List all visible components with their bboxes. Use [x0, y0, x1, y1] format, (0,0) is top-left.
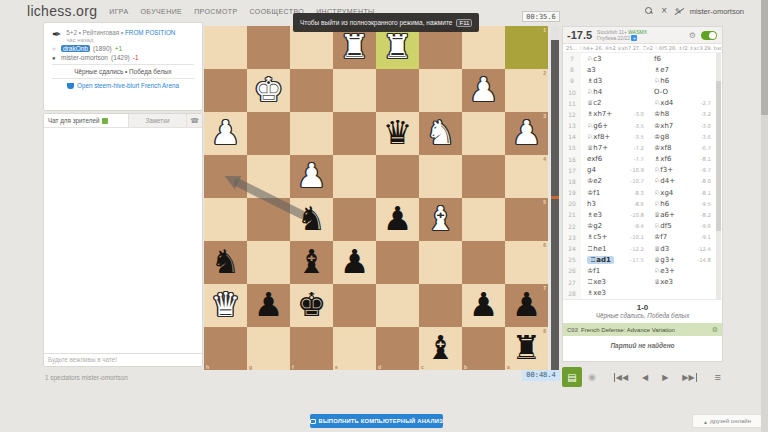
- black-move-18[interactable]: ♘d4+-8.0: [648, 177, 722, 185]
- move-san[interactable]: ♘f3+: [654, 166, 673, 174]
- white-player-row[interactable]: ○ drakOnb (1890) +1: [52, 45, 194, 52]
- square-d6[interactable]: [376, 241, 419, 284]
- black-move-22[interactable]: ♘df5-9.6: [648, 222, 722, 230]
- move-san[interactable]: ♗e3: [587, 211, 602, 219]
- file-label-f: f: [292, 364, 294, 370]
- tab-spectator-chat[interactable]: Чат для зрителей: [44, 114, 128, 127]
- move-san[interactable]: ♘xf8+: [587, 133, 610, 141]
- black-move-16[interactable]: ♗xf6-8.1: [648, 155, 722, 163]
- move-san[interactable]: ♘d4+: [654, 177, 675, 185]
- game-result-text: Чёрные сдались • Победа белых: [52, 68, 194, 75]
- lichess-analysis-page: lichess.org ИГРАОБУЧЕНИЕПРОСМОТРСООБЩЕСТ…: [0, 0, 768, 432]
- white-move-9[interactable]: ♗d3: [581, 77, 648, 85]
- nav-item-3[interactable]: ПРОСМОТР: [194, 8, 237, 15]
- request-computer-analysis-button[interactable]: ВЫПОЛНИТЬ КОМПЬЮТЕРНЫЙ АНАЛИЗ: [310, 414, 443, 428]
- rank-label-5: 5: [543, 199, 546, 205]
- move-row-8: 8a3♗e7: [563, 64, 722, 75]
- square-g4[interactable]: [247, 155, 290, 198]
- black-move-14[interactable]: ♔g8-3.6: [648, 133, 722, 141]
- move-eval: -7.7: [634, 156, 644, 162]
- trophy-icon: [67, 83, 74, 89]
- move-san[interactable]: ♔h8: [654, 110, 669, 118]
- square-g5[interactable]: [247, 198, 290, 241]
- move-san[interactable]: ♘h6: [654, 77, 669, 85]
- engine-header: -17.5 Stockfish 11+ WASMX Глубина 22/22 …: [563, 27, 722, 44]
- record-icon[interactable]: ◉: [588, 372, 596, 382]
- black-pawn-d5[interactable]: ♟: [376, 198, 419, 241]
- move-eval: -3.5: [634, 123, 644, 129]
- square-g3[interactable]: [247, 112, 290, 155]
- move-san[interactable]: O-O: [654, 88, 668, 96]
- move-number: 9: [563, 75, 581, 86]
- square-d2[interactable]: [376, 69, 419, 112]
- opening-explorer-gear-icon[interactable]: ⚙: [712, 326, 718, 334]
- move-eval: -9.7: [701, 167, 711, 173]
- white-move-18[interactable]: ♔e2-10.7: [581, 177, 648, 185]
- white-player-name[interactable]: drakOnb: [61, 45, 90, 52]
- square-e4[interactable]: [333, 155, 376, 198]
- chat-sound-icon[interactable]: ☎: [186, 114, 202, 127]
- movelist-scrollbar[interactable]: [716, 53, 721, 299]
- opening-book-button[interactable]: ▤: [562, 367, 582, 387]
- move-san[interactable]: ♔f1: [587, 189, 600, 197]
- move-san[interactable]: ♖he1: [587, 245, 606, 253]
- game-mode-line: 5+2 • Рейтинговая • FROM POSITION: [66, 29, 175, 36]
- square-c6[interactable]: [419, 241, 462, 284]
- game-time-ago: час назад: [66, 37, 175, 43]
- white-move-14[interactable]: ♘xf8+-3.5: [581, 133, 648, 141]
- white-move-7[interactable]: ♘c3: [581, 55, 648, 63]
- square-h8[interactable]: h: [204, 327, 247, 370]
- black-move-19[interactable]: ♘xg4-8.1: [648, 189, 722, 197]
- chat-input[interactable]: Будьте вежливы в чате!: [44, 353, 202, 366]
- square-b5[interactable]: [462, 198, 505, 241]
- move-san[interactable]: ♔g2: [587, 222, 602, 230]
- analysis-button-label: ВЫПОЛНИТЬ КОМПЬЮТЕРНЫЙ АНАЛИЗ: [319, 418, 443, 424]
- move-number: 10: [563, 87, 581, 98]
- black-queen-d3[interactable]: ♛: [376, 112, 419, 155]
- square-e3[interactable]: [333, 112, 376, 155]
- move-san[interactable]: ♔xh7: [654, 122, 673, 130]
- square-h1[interactable]: [204, 26, 247, 69]
- spectators-line: 1 spectators mister-omortson: [45, 374, 128, 381]
- move-san[interactable]: ♗xh7+: [587, 110, 612, 118]
- move-eval: -10.1: [630, 234, 644, 240]
- eval-gauge-midline: [551, 196, 559, 199]
- move-san[interactable]: ♕g3+: [654, 256, 675, 264]
- black-pawn-b7[interactable]: ♟: [462, 284, 505, 327]
- move-row-7: 7♘c3f6: [563, 53, 722, 64]
- move-san[interactable]: ♘g6+: [587, 122, 608, 130]
- move-row-11: 11♕c2♘xd4-2.7: [563, 98, 722, 109]
- move-eval: -8.1: [701, 156, 711, 162]
- nav-item-1[interactable]: ИГРА: [109, 8, 128, 15]
- move-row-27: 27♖xe3♕xe3: [563, 276, 722, 287]
- white-color-icon: ○: [52, 46, 58, 52]
- move-row-20: 20h3-8.6♘h6-9.5: [563, 198, 722, 209]
- square-a6[interactable]: 6: [505, 241, 548, 284]
- divider: [52, 78, 194, 79]
- white-move-13[interactable]: ♘g6+-3.5: [581, 122, 648, 130]
- move-san[interactable]: ♔xf8: [654, 144, 671, 152]
- square-f8[interactable]: f: [290, 327, 333, 370]
- move-eval: -17.5: [630, 257, 644, 263]
- move-san[interactable]: exf6: [587, 155, 602, 163]
- move-san[interactable]: ♔f1: [587, 267, 600, 275]
- search-icon[interactable]: [645, 7, 653, 15]
- move-eval: -9.5: [701, 201, 711, 207]
- move-eval: -12.2: [630, 246, 644, 252]
- square-a4[interactable]: 4: [505, 155, 548, 198]
- square-a1[interactable]: 1: [505, 26, 548, 69]
- move-number: 18: [563, 176, 581, 187]
- square-e7[interactable]: [333, 284, 376, 327]
- move-eval: -3.2: [701, 111, 711, 117]
- square-g8[interactable]: g: [247, 327, 290, 370]
- time-control: 5+2 • Рейтинговая •: [66, 29, 123, 36]
- move-san[interactable]: ♕d3: [654, 245, 669, 253]
- move-row-25: 25♖ad1-17.5♕g3+-14.8: [563, 254, 722, 265]
- movelist-scrollbar-thumb[interactable]: [716, 81, 721, 231]
- white-move-26[interactable]: ♔f1: [581, 267, 648, 275]
- black-move-27[interactable]: ♕xe3: [648, 278, 722, 286]
- move-number: 15: [563, 142, 581, 153]
- tooltip-key-f11: F11: [456, 19, 472, 27]
- move-number: 26: [563, 265, 581, 276]
- black-move-24[interactable]: ♕d3-12.4: [648, 245, 722, 253]
- move-san[interactable]: h3: [587, 200, 596, 208]
- move-san[interactable]: ♔f7: [654, 233, 667, 241]
- move-eval: -8.1: [701, 190, 711, 196]
- move-row-19: 19♔f1-8.3♘xg4-8.1: [563, 187, 722, 198]
- from-position-link[interactable]: FROM POSITION: [125, 29, 175, 36]
- move-eval: -10.7: [630, 178, 644, 184]
- black-rook-a8[interactable]: ♜: [505, 327, 548, 370]
- black-move-23[interactable]: ♔f7-9.1: [648, 233, 722, 241]
- move-number: 17: [563, 165, 581, 176]
- move-eval: -3.6: [701, 134, 711, 140]
- file-label-b: b: [464, 364, 467, 370]
- engine-tag: WASMX: [628, 29, 647, 35]
- result-score: 1-0: [563, 303, 722, 312]
- fullscreen-tooltip: Чтобы выйти из полноэкранного режима, на…: [293, 13, 479, 32]
- move-san[interactable]: ♗xf6: [654, 155, 671, 163]
- file-label-g: g: [249, 364, 252, 370]
- divider: [52, 64, 194, 65]
- black-move-21[interactable]: ♕a6+-8.2: [648, 211, 722, 219]
- move-san[interactable]: ♗d3: [587, 77, 602, 85]
- move-row-17: 17g4-10.9♘f3+-9.7: [563, 165, 722, 176]
- move-san[interactable]: ♗e7: [654, 66, 669, 74]
- move-number: 27: [563, 276, 581, 287]
- move-san[interactable]: ♗xe3: [587, 289, 606, 297]
- file-label-h: h: [206, 364, 209, 370]
- square-e2[interactable]: [333, 69, 376, 112]
- black-move-8[interactable]: ♗e7: [648, 66, 722, 74]
- next-move-button[interactable]: ▶: [662, 373, 668, 382]
- square-e8[interactable]: e: [333, 327, 376, 370]
- square-b6[interactable]: [462, 241, 505, 284]
- square-e5[interactable]: [333, 198, 376, 241]
- move-number: 13: [563, 120, 581, 131]
- header-right: × ✎ mister-omortson: [645, 0, 744, 22]
- chat-messages-area: [44, 128, 202, 353]
- white-bishop-c5[interactable]: ♝: [419, 198, 462, 241]
- move-eval: -9.4: [634, 223, 644, 229]
- black-move-13[interactable]: ♔xh7-3.0: [648, 122, 722, 130]
- black-rating-delta: -1: [133, 54, 139, 61]
- square-h4[interactable]: [204, 155, 247, 198]
- move-san[interactable]: f6: [654, 55, 661, 63]
- black-king-f7[interactable]: ♚: [290, 284, 333, 327]
- black-rating: (1429): [111, 54, 130, 61]
- white-move-25[interactable]: ♖ad1-17.5: [581, 256, 648, 264]
- square-a5[interactable]: 5: [505, 198, 548, 241]
- move-number: 19: [563, 187, 581, 198]
- move-san[interactable]: ♘e3+: [654, 267, 675, 275]
- move-san[interactable]: ♘xg4: [654, 189, 673, 197]
- tournament-link-row[interactable]: Open steem-hive-blurt French Arena: [52, 82, 194, 89]
- collapse-triangle-icon: ▴: [704, 418, 707, 425]
- move-number: 7: [563, 53, 581, 64]
- black-player-row[interactable]: ● mister-omortson (1429) -1: [52, 54, 194, 61]
- move-number: 25: [563, 254, 581, 265]
- rank-label-1: 1: [543, 27, 546, 33]
- move-eval: -3.0: [634, 111, 644, 117]
- chess-board[interactable]: 1234567hgfedcb8a♜♜♚♟♟♞♛♟♟♝♟♞♟♝♞♟♟♚♟♛♜♝: [204, 26, 548, 370]
- move-san[interactable]: ♘h6: [654, 200, 669, 208]
- white-move-16[interactable]: exf6-7.7: [581, 155, 648, 163]
- black-move-11[interactable]: ♘xd4-2.7: [648, 99, 722, 107]
- move-eval: -9.1: [701, 234, 711, 240]
- square-d4[interactable]: [376, 155, 419, 198]
- black-move-26[interactable]: ♘e3+: [648, 267, 722, 275]
- white-move-27[interactable]: ♖xe3: [581, 278, 648, 286]
- white-move-8[interactable]: a3: [581, 66, 648, 74]
- first-move-button[interactable]: ◀◀: [614, 373, 628, 382]
- depth-plus-badge[interactable]: +: [631, 35, 637, 41]
- white-move-15[interactable]: ♕h7+-7.2: [581, 144, 648, 152]
- black-knight-h6[interactable]: ♞: [204, 241, 247, 284]
- square-c2[interactable]: [419, 69, 462, 112]
- square-b8[interactable]: b: [462, 327, 505, 370]
- move-san[interactable]: ♕xe3: [654, 278, 673, 286]
- square-c4[interactable]: [419, 155, 462, 198]
- move-eval: -12.4: [697, 246, 711, 252]
- page-scrollbar-thumb[interactable]: [761, 0, 768, 115]
- prev-move-button[interactable]: ◀: [642, 373, 648, 382]
- square-h2[interactable]: [204, 69, 247, 112]
- black-pawn-a7[interactable]: ♟: [505, 284, 548, 327]
- rank-label-4: 4: [543, 156, 546, 162]
- engine-depth: Глубина 22/22: [597, 35, 630, 41]
- black-move-10[interactable]: O-O: [648, 88, 722, 96]
- file-label-e: e: [335, 364, 338, 370]
- game-meta-row: ✒ 5+2 • Рейтинговая • FROM POSITION час …: [52, 29, 194, 43]
- move-san[interactable]: ♘xd4: [654, 99, 673, 107]
- move-eval: -3.0: [701, 123, 711, 129]
- move-row-13: 13♘g6+-3.5♔xh7-3.0: [563, 120, 722, 131]
- challenges-icon[interactable]: ×: [661, 7, 667, 15]
- white-clock: 00:35.6: [522, 11, 560, 22]
- white-move-23[interactable]: ♗c5+-10.1: [581, 233, 648, 241]
- username[interactable]: mister-omortson: [690, 7, 744, 16]
- move-san[interactable]: ♔g8: [654, 133, 669, 141]
- move-san[interactable]: ♕h7+: [587, 144, 608, 152]
- move-eval: -7.2: [634, 145, 644, 151]
- white-move-20[interactable]: h3-8.6: [581, 200, 648, 208]
- black-move-9[interactable]: ♘h6: [648, 77, 722, 85]
- move-san[interactable]: ♘h4: [587, 88, 602, 96]
- move-row-28: 28♗xe3: [563, 288, 722, 299]
- white-move-28[interactable]: ♗xe3: [581, 289, 648, 297]
- move-row-10: 10♘h4O-O: [563, 87, 722, 98]
- rank-label-6: 6: [543, 242, 546, 248]
- chat-panel: Чат для зрителей Заметки ☎ Будьте вежлив…: [43, 113, 203, 367]
- white-move-11[interactable]: ♕c2: [581, 99, 648, 107]
- black-move-15[interactable]: ♔xf8-6.7: [648, 144, 722, 152]
- analysis-panel: -17.5 Stockfish 11+ WASMX Глубина 22/22 …: [562, 26, 723, 362]
- move-eval: -8.0: [701, 178, 711, 184]
- move-san[interactable]: ♖ad1: [587, 256, 614, 264]
- black-player-name[interactable]: mister-omortson: [61, 54, 108, 61]
- move-row-23: 23♗c5+-10.1♔f7-9.1: [563, 232, 722, 243]
- white-pawn-b2[interactable]: ♟: [462, 69, 505, 112]
- black-move-17[interactable]: ♘f3+-9.7: [648, 166, 722, 174]
- engine-best-line[interactable]: 25... ♘h4+ 26. ♔h2 ♕xh7 27. ♖e2 ♘6f5 28.…: [563, 44, 722, 53]
- white-pawn-a3[interactable]: ♟: [505, 112, 548, 155]
- white-move-22[interactable]: ♔g2-9.4: [581, 222, 648, 230]
- move-row-21: 21♗e3-10.8♕a6+-8.2: [563, 209, 722, 220]
- move-san[interactable]: ♗c5+: [587, 233, 607, 241]
- black-move-25[interactable]: ♕g3+-14.8: [648, 256, 722, 264]
- white-rook-e1[interactable]: ♜: [333, 26, 376, 69]
- white-move-10[interactable]: ♘h4: [581, 88, 648, 96]
- move-row-22: 22♔g2-9.4♘df5-9.6: [563, 221, 722, 232]
- square-g6[interactable]: [247, 241, 290, 284]
- move-number: 8: [563, 64, 581, 75]
- square-f2[interactable]: [290, 69, 333, 112]
- black-clock: 00:48.4: [522, 370, 560, 381]
- tab-notes[interactable]: Заметки: [128, 114, 186, 127]
- black-move-20[interactable]: ♘h6-9.5: [648, 200, 722, 208]
- move-san[interactable]: ♘df5: [654, 222, 672, 230]
- move-san[interactable]: ♖xe3: [587, 278, 606, 286]
- friends-online-box[interactable]: ▴ друзей онлайн: [692, 414, 763, 428]
- move-eval: -14.8: [697, 257, 711, 263]
- white-rating: (1890): [93, 45, 112, 52]
- square-b4[interactable]: [462, 155, 505, 198]
- nav-item-2[interactable]: ОБУЧЕНИЕ: [141, 8, 183, 15]
- black-pawn-g7[interactable]: ♟: [247, 284, 290, 327]
- move-san[interactable]: a3: [587, 66, 596, 74]
- tooltip-text: Чтобы выйти из полноэкранного режима, на…: [300, 19, 452, 26]
- move-san[interactable]: g4: [587, 166, 596, 174]
- last-move-button[interactable]: ▶▶: [682, 373, 696, 382]
- square-b1[interactable]: [462, 26, 505, 69]
- tournament-link[interactable]: Open steem-hive-blurt French Arena: [77, 82, 179, 89]
- notifications-icon[interactable]: ✎: [675, 7, 682, 16]
- opening-code: C02: [567, 327, 578, 333]
- black-pawn-e6[interactable]: ♟: [333, 241, 376, 284]
- engine-meta: Stockfish 11+ WASMX Глубина 22/22 +: [597, 29, 647, 42]
- square-b3[interactable]: [462, 112, 505, 155]
- opening-name[interactable]: French Defense: Advance Variation: [581, 327, 709, 333]
- square-h5[interactable]: [204, 198, 247, 241]
- result-block: 1-0 Чёрные сдались, Победа белых: [563, 299, 722, 323]
- computer-icon: [310, 419, 316, 424]
- page-scrollbar[interactable]: [761, 0, 768, 432]
- move-san[interactable]: ♘c3: [587, 55, 602, 63]
- white-move-12[interactable]: ♗xh7+-3.0: [581, 110, 648, 118]
- square-f3[interactable]: [290, 112, 333, 155]
- white-move-21[interactable]: ♗e3-10.8: [581, 211, 648, 219]
- black-move-12[interactable]: ♔h8-3.2: [648, 110, 722, 118]
- square-c7[interactable]: [419, 284, 462, 327]
- move-san[interactable]: ♔e2: [587, 177, 602, 185]
- engine-eval: -17.5: [567, 29, 592, 41]
- black-knight-f5[interactable]: ♞: [290, 198, 333, 241]
- move-san[interactable]: ♕c2: [587, 99, 602, 107]
- square-g1[interactable]: [247, 26, 290, 69]
- move-eval: -8.6: [634, 201, 644, 207]
- menu-hamburger-icon[interactable]: ≡: [715, 371, 721, 383]
- black-color-icon: ●: [52, 55, 58, 61]
- black-bishop-c8[interactable]: ♝: [419, 327, 462, 370]
- result-text: Чёрные сдались, Победа белых: [563, 312, 722, 319]
- analysis-toolbar: ▤ ◉ ◀◀ ◀ ▶ ▶▶ ≡: [562, 366, 723, 388]
- quill-icon: ✒: [52, 29, 61, 43]
- game-info-card: ✒ 5+2 • Рейтинговая • FROM POSITION час …: [43, 22, 203, 111]
- white-knight-c3[interactable]: ♞: [419, 112, 462, 155]
- chat-tabs: Чат для зрителей Заметки ☎: [44, 114, 202, 128]
- engine-settings-gear-icon[interactable]: ⚙: [689, 31, 696, 40]
- eval-gauge-white-part: [551, 26, 559, 40]
- move-eval: -10.8: [630, 212, 644, 218]
- move-eval: -9.6: [701, 223, 711, 229]
- black-move-7[interactable]: f6: [648, 55, 722, 63]
- rank-label-2: 2: [543, 70, 546, 76]
- white-move-19[interactable]: ♔f1-8.3: [581, 189, 648, 197]
- white-rook-d1[interactable]: ♜: [376, 26, 419, 69]
- move-row-9: 9♗d3♘h6: [563, 75, 722, 86]
- white-king-g2[interactable]: ♚: [247, 69, 290, 112]
- square-d7[interactable]: [376, 284, 419, 327]
- square-f1[interactable]: [290, 26, 333, 69]
- move-eval: -10.9: [630, 167, 644, 173]
- move-number: 24: [563, 243, 581, 254]
- white-pawn-f4[interactable]: ♟: [290, 155, 333, 198]
- move-row-24: 24♖he1-12.2♕d3-12.4: [563, 243, 722, 254]
- square-d8[interactable]: d: [376, 327, 419, 370]
- lichess-logo[interactable]: lichess.org: [27, 3, 97, 19]
- move-number: 20: [563, 198, 581, 209]
- move-number: 12: [563, 109, 581, 120]
- engine-toggle[interactable]: [701, 31, 717, 40]
- white-move-17[interactable]: g4-10.9: [581, 166, 648, 174]
- square-c1[interactable]: [419, 26, 462, 69]
- square-a2[interactable]: 2: [505, 69, 548, 112]
- move-number: 11: [563, 98, 581, 109]
- move-row-16: 16exf6-7.7♗xf6-8.1: [563, 154, 722, 165]
- white-queen-h7[interactable]: ♛: [204, 284, 247, 327]
- chat-toggle-checkbox[interactable]: [102, 118, 108, 124]
- chat-tab-label: Чат для зрителей: [48, 117, 99, 124]
- black-bishop-f6[interactable]: ♝: [290, 241, 333, 284]
- white-pawn-h3[interactable]: ♟: [204, 112, 247, 155]
- move-san[interactable]: ♕a6+: [654, 211, 675, 219]
- white-move-24[interactable]: ♖he1-12.2: [581, 245, 648, 253]
